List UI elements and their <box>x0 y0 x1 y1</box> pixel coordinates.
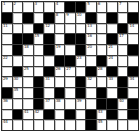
white-cell-r3c13[interactable]: 14 <box>128 24 138 34</box>
white-cell-r7c12[interactable] <box>118 67 128 77</box>
black-cell-r11c5 <box>44 110 54 120</box>
clue-number-18: 18 <box>24 45 29 49</box>
clue-number-5: 5 <box>87 2 89 6</box>
black-cell-r2c9 <box>86 13 96 23</box>
white-cell-r2c12[interactable] <box>118 13 128 23</box>
white-cell-r11c12[interactable] <box>118 110 128 120</box>
black-cell-r9c10 <box>97 88 107 98</box>
white-cell-r1c6[interactable]: 4 <box>55 2 65 12</box>
clue-number-45: 45 <box>98 120 103 124</box>
black-cell-r4c3 <box>23 34 33 44</box>
white-cell-r7c8[interactable] <box>76 67 86 77</box>
black-cell-r9c6 <box>55 88 65 98</box>
white-cell-r7c4[interactable] <box>34 67 44 77</box>
black-cell-r9c4 <box>34 88 44 98</box>
black-cell-r10c13 <box>128 99 138 109</box>
white-cell-r5c1[interactable] <box>2 45 12 55</box>
black-cell-r10c11 <box>107 99 117 109</box>
black-cell-r5c8 <box>76 45 86 55</box>
white-cell-r8c3[interactable] <box>23 77 33 87</box>
black-cell-r11c7 <box>65 110 75 120</box>
white-cell-r3c5[interactable]: 12 <box>44 24 54 34</box>
white-cell-r1c9[interactable]: 5 <box>86 2 96 12</box>
white-cell-r8c13[interactable]: 34 <box>128 77 138 87</box>
black-cell-r7c5 <box>44 67 54 77</box>
white-cell-r4c6[interactable] <box>55 34 65 44</box>
black-cell-r3c12 <box>118 24 128 34</box>
clue-number-43: 43 <box>98 110 103 114</box>
white-cell-r7c10[interactable]: 28 <box>97 67 107 77</box>
white-cell-r1c13[interactable] <box>128 2 138 12</box>
white-cell-r4c12[interactable]: 17 <box>118 34 128 44</box>
black-cell-r12c9 <box>86 120 96 130</box>
white-cell-r3c11[interactable] <box>107 24 117 34</box>
white-cell-r4c10[interactable] <box>97 34 107 44</box>
black-cell-r8c8 <box>76 77 86 87</box>
white-cell-r1c12[interactable]: 7 <box>118 2 128 12</box>
white-cell-r12c2[interactable] <box>13 120 23 130</box>
white-cell-r6c11[interactable]: 24 <box>107 56 117 66</box>
white-cell-r8c7[interactable] <box>65 77 75 87</box>
white-cell-r5c9[interactable]: 20 <box>86 45 96 55</box>
clue-number-23: 23 <box>77 56 82 60</box>
white-cell-r2c10[interactable] <box>97 13 107 23</box>
white-cell-r5c3[interactable]: 18 <box>23 45 33 55</box>
white-cell-r4c1[interactable] <box>2 34 12 44</box>
white-cell-r10c9[interactable] <box>86 99 96 109</box>
clue-number-9: 9 <box>66 13 68 17</box>
clue-number-16: 16 <box>87 34 92 38</box>
black-cell-r11c9 <box>86 110 96 120</box>
black-cell-r4c11 <box>107 34 117 44</box>
white-cell-r1c1[interactable]: 1 <box>2 2 12 12</box>
white-cell-r8c1[interactable]: 29 <box>2 77 12 87</box>
white-cell-r1c10[interactable]: 6 <box>97 2 107 12</box>
white-cell-r5c11[interactable]: 21 <box>107 45 117 55</box>
white-cell-r12c3[interactable] <box>23 120 33 130</box>
clue-number-14: 14 <box>129 24 134 28</box>
clue-number-17: 17 <box>119 34 124 38</box>
white-cell-r3c8[interactable] <box>76 24 86 34</box>
clue-number-25: 25 <box>24 67 29 71</box>
black-cell-r1c7 <box>65 2 75 12</box>
black-cell-r2c3 <box>23 13 33 23</box>
white-cell-r4c9[interactable]: 16 <box>86 34 96 44</box>
clue-number-1: 1 <box>3 2 5 6</box>
clue-number-3: 3 <box>35 2 37 6</box>
white-cell-r5c4[interactable] <box>34 45 44 55</box>
black-cell-r6c6 <box>55 56 65 66</box>
white-cell-r3c10[interactable] <box>97 24 107 34</box>
white-cell-r11c3[interactable]: 41 <box>23 110 33 120</box>
white-cell-r9c2[interactable]: 35 <box>13 88 23 98</box>
clue-number-35: 35 <box>14 88 19 92</box>
black-cell-r9c1 <box>2 88 12 98</box>
white-cell-r10c6[interactable]: 38 <box>55 99 65 109</box>
clue-number-41: 41 <box>24 110 29 114</box>
white-cell-r1c4[interactable]: 3 <box>34 2 44 12</box>
white-cell-r3c9[interactable]: 13 <box>86 24 96 34</box>
clue-number-38: 38 <box>56 99 61 103</box>
white-cell-r12c12[interactable] <box>118 120 128 130</box>
clue-number-20: 20 <box>87 45 92 49</box>
white-cell-r6c9[interactable] <box>86 56 96 66</box>
white-cell-r12c11[interactable] <box>107 120 117 130</box>
white-cell-r9c11[interactable] <box>107 88 117 98</box>
clue-number-42: 42 <box>35 110 40 114</box>
white-cell-r12c4[interactable] <box>34 120 44 130</box>
clue-number-12: 12 <box>45 24 50 28</box>
white-cell-r1c5[interactable] <box>44 2 54 12</box>
white-cell-r1c2[interactable]: 2 <box>13 2 23 12</box>
white-cell-r6c8[interactable]: 23 <box>76 56 86 66</box>
crossword-board: 1234567891011121314151617181920212223242… <box>0 0 140 132</box>
clue-number-28: 28 <box>98 67 103 71</box>
black-cell-r7c9 <box>86 67 96 77</box>
white-cell-r6c2[interactable] <box>13 56 23 66</box>
white-cell-r12c7[interactable] <box>65 120 75 130</box>
white-cell-r10c12[interactable]: 40 <box>118 99 128 109</box>
black-cell-r2c1 <box>2 13 12 23</box>
black-cell-r4c8 <box>76 34 86 44</box>
white-cell-r6c13[interactable] <box>128 56 138 66</box>
white-cell-r5c10[interactable] <box>97 45 107 55</box>
white-cell-r3c2[interactable] <box>13 24 23 34</box>
white-cell-r12c8[interactable] <box>76 120 86 130</box>
black-cell-r11c2 <box>13 110 23 120</box>
white-cell-r12c13[interactable] <box>128 120 138 130</box>
white-cell-r7c3[interactable]: 25 <box>23 67 33 77</box>
white-cell-r9c5[interactable] <box>44 88 54 98</box>
white-cell-r7c1[interactable] <box>2 67 12 77</box>
white-cell-r6c5[interactable] <box>44 56 54 66</box>
black-cell-r5c2 <box>13 45 23 55</box>
white-cell-r2c7[interactable]: 9 <box>65 13 75 23</box>
white-cell-r12c5[interactable] <box>44 120 54 130</box>
white-cell-r8c9[interactable]: 32 <box>86 77 96 87</box>
clue-number-7: 7 <box>119 2 121 6</box>
black-cell-r4c5 <box>44 34 54 44</box>
black-cell-r4c2 <box>13 34 23 44</box>
black-cell-r7c11 <box>107 67 117 77</box>
white-cell-r8c10[interactable] <box>97 77 107 87</box>
white-cell-r6c4[interactable] <box>34 56 44 66</box>
crossword-grid: 1234567891011121314151617181920212223242… <box>1 1 139 131</box>
white-cell-r5c6[interactable]: 19 <box>55 45 65 55</box>
black-cell-r2c11 <box>107 13 117 23</box>
white-cell-r4c4[interactable]: 15 <box>34 34 44 44</box>
black-cell-r7c2 <box>13 67 23 77</box>
clue-number-29: 29 <box>3 77 8 81</box>
white-cell-r12c1[interactable]: 44 <box>2 120 12 130</box>
clue-number-34: 34 <box>129 77 134 81</box>
black-cell-r8c12 <box>118 77 128 87</box>
white-cell-r9c7[interactable] <box>65 88 75 98</box>
white-cell-r7c6[interactable]: 26 <box>55 67 65 77</box>
white-cell-r1c11[interactable] <box>107 2 117 12</box>
black-cell-r6c10 <box>97 56 107 66</box>
clue-number-40: 40 <box>119 99 124 103</box>
white-cell-r8c11[interactable]: 33 <box>107 77 117 87</box>
black-cell-r5c5 <box>44 45 54 55</box>
clue-number-26: 26 <box>56 67 61 71</box>
white-cell-r2c4[interactable] <box>34 13 44 23</box>
clue-number-10: 10 <box>77 13 82 17</box>
black-cell-r2c13 <box>128 13 138 23</box>
white-cell-r11c8[interactable] <box>76 110 86 120</box>
clue-number-15: 15 <box>35 34 40 38</box>
black-cell-r11c11 <box>107 110 117 120</box>
white-cell-r5c7[interactable] <box>65 45 75 55</box>
black-cell-r3c4 <box>34 24 44 34</box>
white-cell-r3c3[interactable] <box>23 24 33 34</box>
black-cell-r7c13 <box>128 67 138 77</box>
white-cell-r6c3[interactable] <box>23 56 33 66</box>
white-cell-r12c10[interactable]: 45 <box>97 120 107 130</box>
black-cell-r10c10 <box>97 99 107 109</box>
clue-number-33: 33 <box>108 77 113 81</box>
white-cell-r6c1[interactable]: 22 <box>2 56 12 66</box>
clue-number-2: 2 <box>14 2 16 6</box>
white-cell-r7c7[interactable]: 27 <box>65 67 75 77</box>
white-cell-r11c1[interactable] <box>2 110 12 120</box>
white-cell-r9c3[interactable] <box>23 88 33 98</box>
clue-number-11: 11 <box>3 24 8 28</box>
black-cell-r9c12 <box>118 88 128 98</box>
black-cell-r11c13 <box>128 110 138 120</box>
clue-number-27: 27 <box>66 67 71 71</box>
clue-number-36: 36 <box>3 99 8 103</box>
clue-number-30: 30 <box>14 77 19 81</box>
clue-number-21: 21 <box>108 45 113 49</box>
white-cell-r2c8[interactable]: 10 <box>76 13 86 23</box>
clue-number-4: 4 <box>56 2 58 6</box>
black-cell-r9c8 <box>76 88 86 98</box>
white-cell-r8c6[interactable] <box>55 77 65 87</box>
black-cell-r10c4 <box>34 99 44 109</box>
white-cell-r11c4[interactable]: 42 <box>34 110 44 120</box>
clue-number-31: 31 <box>45 77 50 81</box>
clue-number-22: 22 <box>3 56 8 60</box>
white-cell-r9c9[interactable] <box>86 88 96 98</box>
white-cell-r5c12[interactable] <box>118 45 128 55</box>
white-cell-r10c1[interactable]: 36 <box>2 99 12 109</box>
clue-number-13: 13 <box>87 24 92 28</box>
black-cell-r5c13 <box>128 45 138 55</box>
white-cell-r1c3[interactable] <box>23 2 33 12</box>
black-cell-r8c4 <box>34 77 44 87</box>
white-cell-r6c12[interactable] <box>118 56 128 66</box>
black-cell-r4c7 <box>65 34 75 44</box>
clue-number-6: 6 <box>98 2 100 6</box>
white-cell-r10c8[interactable]: 39 <box>76 99 86 109</box>
clue-number-8: 8 <box>56 13 58 17</box>
white-cell-r3c1[interactable]: 11 <box>2 24 12 34</box>
black-cell-r2c5 <box>44 13 54 23</box>
white-cell-r10c7[interactable] <box>65 99 75 109</box>
white-cell-r2c2[interactable] <box>13 13 23 23</box>
white-cell-r12c6[interactable] <box>55 120 65 130</box>
black-cell-r6c7 <box>65 56 75 66</box>
clue-number-32: 32 <box>87 77 92 81</box>
black-cell-r1c8 <box>76 2 86 12</box>
clue-number-39: 39 <box>77 99 82 103</box>
white-cell-r3c6[interactable] <box>55 24 65 34</box>
white-cell-r3c7[interactable] <box>65 24 75 34</box>
white-cell-r10c3[interactable] <box>23 99 33 109</box>
white-cell-r9c13[interactable] <box>128 88 138 98</box>
white-cell-r10c5[interactable]: 37 <box>44 99 54 109</box>
white-cell-r2c6[interactable]: 8 <box>55 13 65 23</box>
white-cell-r8c5[interactable]: 31 <box>44 77 54 87</box>
white-cell-r8c2[interactable]: 30 <box>13 77 23 87</box>
white-cell-r11c6[interactable] <box>55 110 65 120</box>
white-cell-r4c13[interactable] <box>128 34 138 44</box>
clue-number-19: 19 <box>56 45 61 49</box>
white-cell-r11c10[interactable]: 43 <box>97 110 107 120</box>
clue-number-37: 37 <box>45 99 50 103</box>
clue-number-44: 44 <box>3 120 8 124</box>
clue-number-24: 24 <box>108 56 113 60</box>
white-cell-r10c2[interactable] <box>13 99 23 109</box>
